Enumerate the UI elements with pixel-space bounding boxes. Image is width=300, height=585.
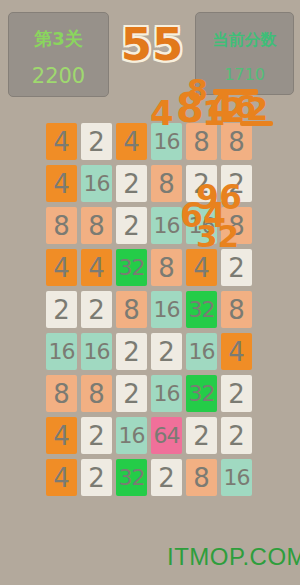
tile-r3c4[interactable]: 16 [151,207,182,244]
tile-r5c5[interactable]: 32 [186,291,217,328]
tile-r9c1[interactable]: 4 [46,459,77,496]
tile-r6c1[interactable]: 16 [46,333,77,370]
tile-r1c4[interactable]: 16 [151,123,182,160]
tile-r2c2[interactable]: 16 [81,165,112,202]
tile-r4c5[interactable]: 4 [186,249,217,286]
score-label: 当前分数 [213,31,277,49]
tile-r6c6[interactable]: 4 [221,333,252,370]
tile-r6c4[interactable]: 2 [151,333,182,370]
tile-r3c3[interactable]: 2 [116,207,147,244]
tile-r1c1[interactable]: 4 [46,123,77,160]
score-value: 1710 [224,67,265,83]
tile-r5c6[interactable]: 8 [221,291,252,328]
tile-r9c3[interactable]: 32 [116,459,147,496]
tile-r7c1[interactable]: 8 [46,375,77,412]
tile-r4c1[interactable]: 4 [46,249,77,286]
tile-r8c5[interactable]: 2 [186,417,217,454]
tile-r2c3[interactable]: 2 [116,165,147,202]
tile-r1c3[interactable]: 4 [116,123,147,160]
tile-r3c1[interactable]: 8 [46,207,77,244]
level-label: 第3关 [34,29,83,49]
level-target-score: 2200 [32,66,85,87]
tile-r9c5[interactable]: 8 [186,459,217,496]
tile-r6c3[interactable]: 2 [116,333,147,370]
tile-r3c6[interactable]: 8 [221,207,252,244]
tile-r2c6[interactable]: 2 [221,165,252,202]
tile-grid: 4241688416282288216168443284222816328161… [46,123,252,496]
merge-score-popup: 6 [234,91,256,123]
tile-r5c2[interactable]: 2 [81,291,112,328]
tile-r4c6[interactable]: 2 [221,249,252,286]
tile-r8c2[interactable]: 2 [81,417,112,454]
score-box: 当前分数 1710 [195,12,294,95]
tile-r1c6[interactable]: 8 [221,123,252,160]
tile-r9c2[interactable]: 2 [81,459,112,496]
tile-r1c5[interactable]: 8 [186,123,217,160]
tile-r9c6[interactable]: 16 [221,459,252,496]
tile-r7c6[interactable]: 2 [221,375,252,412]
tile-r7c5[interactable]: 32 [186,375,217,412]
level-box: 第3关 2200 [8,12,109,97]
tile-r7c2[interactable]: 8 [81,375,112,412]
tile-r4c4[interactable]: 8 [151,249,182,286]
tile-r7c3[interactable]: 2 [116,375,147,412]
moves-counter: 55 [113,22,191,67]
tile-r9c4[interactable]: 2 [151,459,182,496]
tile-r4c3[interactable]: 32 [116,249,147,286]
tile-r5c1[interactable]: 2 [46,291,77,328]
game-screen: { "game": "2048-style number merge puzzl… [0,0,300,585]
merge-score-popup: 2 [246,93,268,125]
tile-r2c5[interactable]: 2 [186,165,217,202]
tile-r2c1[interactable]: 4 [46,165,77,202]
tile-r5c4[interactable]: 16 [151,291,182,328]
tile-r7c4[interactable]: 16 [151,375,182,412]
tile-r8c1[interactable]: 4 [46,417,77,454]
tile-r8c6[interactable]: 2 [221,417,252,454]
watermark: ITMOP.COM [167,543,300,571]
tile-r5c3[interactable]: 8 [116,291,147,328]
tile-r1c2[interactable]: 2 [81,123,112,160]
tile-r8c3[interactable]: 16 [116,417,147,454]
tile-r8c4[interactable]: 64 [151,417,182,454]
tile-r6c2[interactable]: 16 [81,333,112,370]
tile-r3c5[interactable]: 16 [186,207,217,244]
tile-r6c5[interactable]: 16 [186,333,217,370]
tile-r2c4[interactable]: 8 [151,165,182,202]
merge-score-popup: 2 [222,93,246,127]
app: 第3关 2200 55 当前分数 1710 424168841628228821… [0,0,300,585]
tile-r3c2[interactable]: 8 [81,207,112,244]
tile-r4c2[interactable]: 4 [81,249,112,286]
